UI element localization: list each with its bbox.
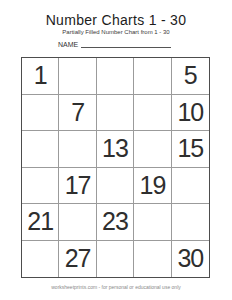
grid-cell-given: 21	[22, 204, 59, 241]
grid-cell-empty[interactable]	[134, 131, 171, 168]
grid-cell-given: 15	[172, 131, 209, 168]
grid-cell-empty[interactable]	[97, 95, 134, 132]
number-grid: 157101315171921232730	[21, 57, 210, 278]
name-field[interactable]	[81, 39, 171, 48]
grid-cell-empty[interactable]	[22, 95, 59, 132]
grid-cell-given: 1	[22, 58, 59, 95]
grid-cell-given: 30	[172, 241, 209, 278]
page-subtitle: Partially Filled Number Chart from 1 - 3…	[0, 29, 232, 35]
grid-cell-empty[interactable]	[97, 168, 134, 205]
grid-cell-given: 10	[172, 95, 209, 132]
grid-cell-empty[interactable]	[22, 131, 59, 168]
grid-cell-empty[interactable]	[172, 168, 209, 205]
grid-cell-empty[interactable]	[59, 131, 96, 168]
grid-cell-given: 23	[97, 204, 134, 241]
grid-cell-empty[interactable]	[59, 58, 96, 95]
page-title: Number Charts 1 - 30	[0, 12, 232, 28]
grid-cell-empty[interactable]	[172, 204, 209, 241]
name-label: NAME	[58, 41, 78, 48]
grid-cell-given: 17	[59, 168, 96, 205]
grid-cell-empty[interactable]	[134, 204, 171, 241]
grid-cell-empty[interactable]	[134, 58, 171, 95]
grid-cell-given: 19	[134, 168, 171, 205]
grid-cell-empty[interactable]	[134, 95, 171, 132]
footer-credit: worksheetprints.com - for personal or ed…	[0, 284, 232, 290]
worksheet-page: Number Charts 1 - 30 Partially Filled Nu…	[0, 0, 232, 300]
grid-cell-given: 5	[172, 58, 209, 95]
grid-cell-empty[interactable]	[134, 241, 171, 278]
grid-cell-given: 13	[97, 131, 134, 168]
grid-cell-empty[interactable]	[97, 241, 134, 278]
grid-cell-given: 27	[59, 241, 96, 278]
grid-cell-given: 7	[59, 95, 96, 132]
grid-cell-empty[interactable]	[97, 58, 134, 95]
grid-cell-empty[interactable]	[22, 241, 59, 278]
grid-cell-empty[interactable]	[22, 168, 59, 205]
grid-cell-empty[interactable]	[59, 204, 96, 241]
name-row: NAME	[58, 39, 171, 48]
